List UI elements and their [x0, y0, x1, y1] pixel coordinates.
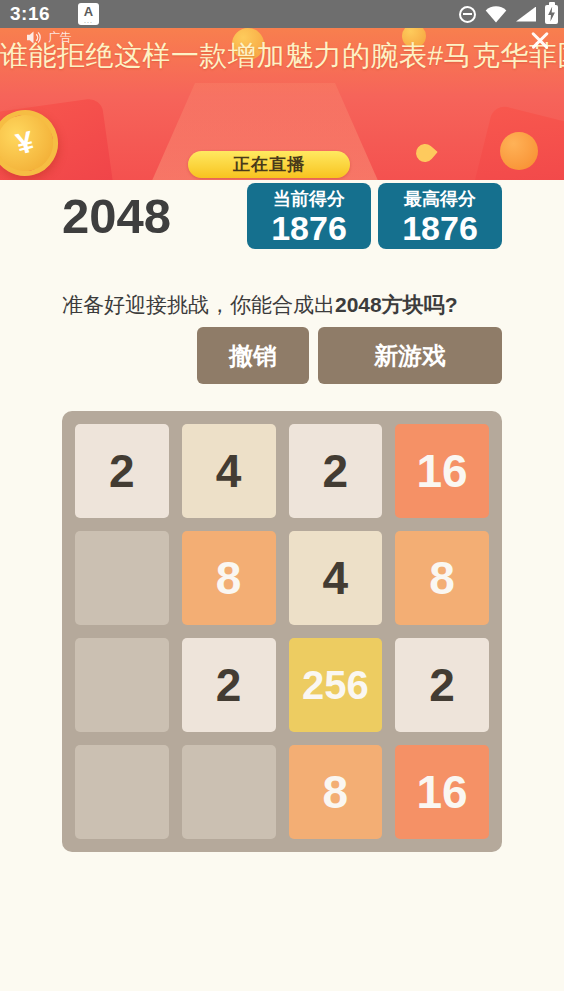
battery-charging-icon [545, 5, 558, 24]
cellular-signal-icon [516, 7, 536, 22]
sound-icon [26, 31, 41, 44]
challenge-text-bold: 2048方块吗? [335, 293, 458, 316]
screen: 3:16 A ... 广告 谁能拒绝这样一款增加魅力的腕表#马克华菲国潮 #..… [0, 0, 564, 991]
status-bar: 3:16 A ... [0, 0, 564, 28]
tile-8: 8 [395, 531, 489, 625]
page-title: 2048 [62, 188, 171, 244]
undo-button[interactable]: 撤销 [197, 327, 309, 384]
yen-symbol: ¥ [13, 124, 37, 161]
keyboard-ime-icon: A ... [78, 3, 99, 25]
ad-headline: 谁能拒绝这样一款增加魅力的腕表#马克华菲国潮 #... [0, 37, 564, 75]
tile-4: 4 [182, 424, 276, 518]
tile-2: 2 [182, 638, 276, 732]
ad-label-text: 广告 [48, 29, 72, 46]
tile-16: 16 [395, 745, 489, 839]
best-score-box: 最高得分 1876 [378, 183, 502, 249]
controls: 撤销 新游戏 [0, 327, 502, 384]
tile-256: 256 [289, 638, 383, 732]
challenge-text-normal: 准备好迎接挑战，你能合成出 [62, 293, 335, 316]
empty-cell [182, 745, 276, 839]
score-boxes: 当前得分 1876 最高得分 1876 [247, 183, 502, 249]
board-grid[interactable]: 2421684822562816 [62, 411, 502, 852]
empty-cell [75, 638, 169, 732]
tile-2: 2 [395, 638, 489, 732]
ad-label: 广告 [26, 29, 72, 46]
empty-cell [75, 745, 169, 839]
do-not-disturb-icon [459, 6, 476, 23]
orange-ball-decoration [500, 132, 538, 170]
lightning-bolt-icon [547, 7, 556, 22]
current-score-box: 当前得分 1876 [247, 183, 371, 249]
tile-2: 2 [75, 424, 169, 518]
clock: 3:16 [10, 3, 50, 25]
tile-16: 16 [395, 424, 489, 518]
wifi-icon [485, 6, 507, 23]
tile-2: 2 [289, 424, 383, 518]
status-icons [459, 0, 558, 28]
best-score-label: 最高得分 [404, 187, 476, 211]
challenge-text: 准备好迎接挑战，你能合成出2048方块吗? [62, 291, 458, 319]
close-icon[interactable] [530, 30, 550, 50]
live-streaming-button[interactable]: 正在直播 [188, 151, 350, 178]
tile-8: 8 [289, 745, 383, 839]
current-score-label: 当前得分 [273, 187, 345, 211]
ad-banner[interactable]: 广告 谁能拒绝这样一款增加魅力的腕表#马克华菲国潮 #... ¥ 正在直播 [0, 28, 564, 180]
petal-decoration [412, 140, 437, 165]
new-game-button[interactable]: 新游戏 [318, 327, 502, 384]
tile-4: 4 [289, 531, 383, 625]
best-score-value: 1876 [402, 211, 478, 247]
empty-cell [75, 531, 169, 625]
tile-8: 8 [182, 531, 276, 625]
current-score-value: 1876 [271, 211, 347, 247]
live-streaming-label: 正在直播 [233, 153, 305, 176]
